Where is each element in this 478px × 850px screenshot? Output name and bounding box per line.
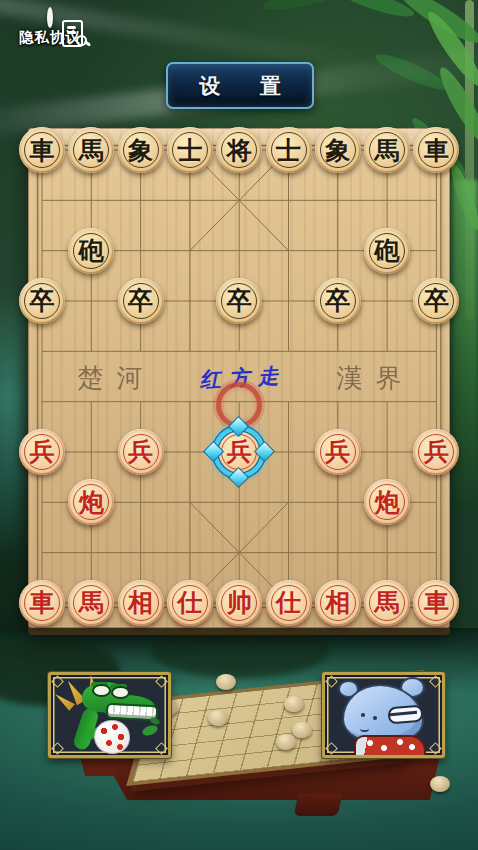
red-soldier[interactable]: 兵 — [216, 429, 262, 475]
leaf — [335, 0, 416, 22]
red-advisor[interactable]: 仕 — [167, 580, 213, 626]
red-chariot[interactable]: 車 — [413, 580, 459, 626]
red-horse[interactable]: 馬 — [68, 580, 114, 626]
red-king[interactable]: 帅 — [216, 580, 262, 626]
bush-silhouette — [150, 622, 330, 678]
black-soldier[interactable]: 卒 — [216, 278, 262, 324]
privacy-doc-icon — [47, 7, 53, 28]
red-advisor[interactable]: 仕 — [266, 580, 312, 626]
game-bowl — [430, 776, 450, 792]
red-horse[interactable]: 馬 — [364, 580, 410, 626]
hippo-art — [330, 680, 437, 750]
xiangqi-board[interactable]: 楚河 红方走 漢界 車馬象士将士象馬車砲砲卒卒卒卒卒兵兵兵兵兵炮炮車馬相仕帅仕相… — [28, 128, 450, 628]
black-soldier[interactable]: 卒 — [19, 278, 65, 324]
table-leg — [294, 794, 343, 816]
red-soldier[interactable]: 兵 — [118, 429, 164, 475]
teal-mist — [0, 290, 24, 560]
leaf — [261, 0, 346, 15]
privacy-button[interactable]: 隐私协议 — [14, 10, 86, 47]
black-soldier[interactable]: 卒 — [413, 278, 459, 324]
game-bowl — [284, 696, 304, 712]
black-chariot[interactable]: 車 — [413, 127, 459, 173]
red-soldier[interactable]: 兵 — [413, 429, 459, 475]
black-advisor[interactable]: 士 — [266, 127, 312, 173]
pieces-layer: 車馬象士将士象馬車砲砲卒卒卒卒卒兵兵兵兵兵炮炮車馬相仕帅仕相馬車 — [28, 128, 450, 628]
red-cannon[interactable]: 炮 — [364, 479, 410, 525]
black-elephant[interactable]: 象 — [118, 127, 164, 173]
black-advisor[interactable]: 士 — [167, 127, 213, 173]
black-chariot[interactable]: 車 — [19, 127, 65, 173]
red-elephant[interactable]: 相 — [118, 580, 164, 626]
black-elephant[interactable]: 象 — [315, 127, 361, 173]
black-cannon[interactable]: 砲 — [68, 228, 114, 274]
game-bowl — [216, 674, 236, 690]
game-screen: 隐私协议 设 置 楚河 红方走 漢界 車馬象士将士象馬車砲砲卒卒卒卒卒兵兵兵兵兵… — [0, 0, 478, 850]
red-soldier[interactable]: 兵 — [19, 429, 65, 475]
player-avatar-dragon — [48, 672, 171, 758]
red-soldier[interactable]: 兵 — [315, 429, 361, 475]
dragon-art — [56, 680, 163, 750]
game-bowl — [276, 734, 296, 750]
black-horse[interactable]: 馬 — [68, 127, 114, 173]
red-cannon[interactable]: 炮 — [68, 479, 114, 525]
black-horse[interactable]: 馬 — [364, 127, 410, 173]
game-bowl — [208, 710, 228, 726]
black-soldier[interactable]: 卒 — [315, 278, 361, 324]
black-cannon[interactable]: 砲 — [364, 228, 410, 274]
player-avatar-hippo — [322, 672, 445, 758]
black-soldier[interactable]: 卒 — [118, 278, 164, 324]
red-elephant[interactable]: 相 — [315, 580, 361, 626]
game-bowl — [292, 722, 312, 738]
settings-button[interactable]: 设 置 — [166, 62, 314, 109]
red-chariot[interactable]: 車 — [19, 580, 65, 626]
black-king[interactable]: 将 — [216, 127, 262, 173]
